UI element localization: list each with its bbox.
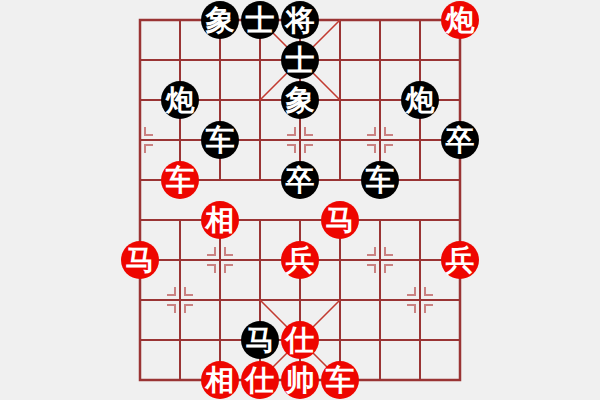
piece-red-elephant[interactable]: 相 [201, 361, 239, 399]
piece-red-horse[interactable]: 马 [121, 241, 159, 279]
piece-red-elephant[interactable]: 相 [201, 201, 239, 239]
piece-red-cannon[interactable]: 炮 [441, 1, 479, 39]
piece-black-elephant[interactable]: 象 [201, 1, 239, 39]
piece-black-cannon[interactable]: 炮 [401, 81, 439, 119]
piece-black-cannon[interactable]: 炮 [161, 81, 199, 119]
piece-red-soldier[interactable]: 兵 [281, 241, 319, 279]
piece-red-soldier[interactable]: 兵 [441, 241, 479, 279]
piece-black-chariot[interactable]: 车 [361, 161, 399, 199]
piece-red-chariot[interactable]: 车 [161, 161, 199, 199]
piece-black-soldier[interactable]: 卒 [441, 121, 479, 159]
piece-red-advisor[interactable]: 仕 [281, 321, 319, 359]
piece-black-soldier[interactable]: 卒 [281, 161, 319, 199]
piece-black-general[interactable]: 将 [281, 1, 319, 39]
piece-red-advisor[interactable]: 仕 [241, 361, 279, 399]
piece-red-general[interactable]: 帅 [281, 361, 319, 399]
piece-black-advisor[interactable]: 士 [281, 41, 319, 79]
piece-black-advisor[interactable]: 士 [241, 1, 279, 39]
piece-black-elephant[interactable]: 象 [281, 81, 319, 119]
piece-black-chariot[interactable]: 车 [201, 121, 239, 159]
xiangqi-board: 象士将炮士炮象炮车卒车卒车相马马兵兵马仕相仕帅车 [0, 0, 600, 400]
piece-black-horse[interactable]: 马 [241, 321, 279, 359]
piece-red-chariot[interactable]: 车 [321, 361, 359, 399]
piece-red-horse[interactable]: 马 [321, 201, 359, 239]
